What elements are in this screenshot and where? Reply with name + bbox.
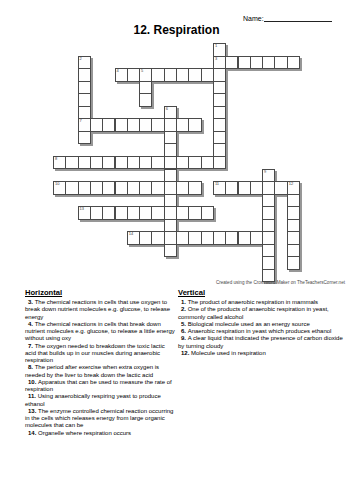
grid-cell[interactable] (213, 81, 226, 95)
grid-cell[interactable] (188, 181, 201, 195)
clue-item: 10. Apparatus that can be used to measur… (25, 379, 175, 394)
grid-cell[interactable] (225, 231, 238, 245)
grid-cell[interactable] (65, 181, 78, 195)
clue-item: 9. A clear liquid that indicated the pre… (178, 335, 346, 350)
grid-cell[interactable] (176, 118, 189, 132)
grid-cell[interactable] (90, 156, 103, 170)
grid-cell[interactable] (213, 106, 226, 120)
grid-cell[interactable] (250, 181, 263, 195)
grid-cell[interactable] (164, 244, 177, 258)
grid-cell[interactable] (151, 68, 164, 82)
grid-cell[interactable] (127, 68, 140, 82)
cell-number: 9 (264, 170, 266, 175)
grid-cell[interactable] (164, 143, 177, 157)
grid-cell[interactable] (127, 118, 140, 132)
grid-cell[interactable] (201, 68, 214, 82)
grid-cell[interactable] (164, 68, 177, 82)
grid-cell[interactable] (78, 181, 91, 195)
cell-number: 5 (141, 69, 143, 74)
grid-cell[interactable] (213, 156, 226, 170)
grid-cell[interactable] (287, 244, 300, 258)
grid-cell[interactable] (139, 118, 152, 132)
grid-cell[interactable] (78, 131, 91, 145)
grid-cell[interactable] (238, 56, 251, 70)
grid-cell[interactable] (213, 231, 226, 245)
clue-list-horizontal: 3. The chemical reactions in cells that … (25, 299, 175, 437)
grid-cell[interactable] (225, 181, 238, 195)
grid-cell[interactable] (151, 231, 164, 245)
grid-cell[interactable] (250, 56, 263, 70)
grid-cell[interactable] (139, 231, 152, 245)
grid-cell[interactable] (262, 219, 275, 233)
cell-number: 6 (166, 107, 168, 112)
clue-item: 6. Anaerobic respiration in yeast which … (178, 328, 346, 335)
grid-cell[interactable] (287, 56, 300, 70)
grid-cell[interactable] (102, 206, 115, 220)
grid-cell[interactable] (262, 231, 275, 245)
grid-cell[interactable] (262, 206, 275, 220)
grid-cell[interactable] (225, 56, 238, 70)
grid-cell[interactable]: 2 (78, 56, 91, 70)
grid-cell[interactable]: 11 (213, 181, 226, 195)
grid-cell[interactable]: 7 (78, 118, 91, 132)
grid-cell[interactable] (164, 181, 177, 195)
credit-line: Created using the Crossword Maker on The… (216, 280, 345, 285)
grid-cell[interactable] (127, 156, 140, 170)
name-blank-line[interactable] (264, 13, 332, 22)
grid-cell[interactable]: 8 (53, 156, 66, 170)
grid-cell[interactable] (238, 231, 251, 245)
grid-cell[interactable] (213, 143, 226, 157)
clue-item: 4. The chemical reactions in cells that … (25, 321, 175, 343)
grid-cell[interactable] (115, 181, 128, 195)
grid-cell[interactable] (151, 181, 164, 195)
grid-cell[interactable] (188, 118, 201, 132)
grid-cell[interactable] (188, 68, 201, 82)
grid-cell[interactable] (115, 206, 128, 220)
cell-number: 10 (55, 182, 59, 187)
cell-number: 2 (80, 57, 82, 62)
clue-item: 14. Organelle where respiration occurs (25, 430, 175, 437)
name-field: Name: (243, 13, 332, 22)
grid-cell[interactable] (164, 156, 177, 170)
cell-number: 13 (80, 207, 84, 212)
grid-cell[interactable] (188, 156, 201, 170)
grid-cell[interactable] (102, 118, 115, 132)
page-title: 12. Respiration (0, 23, 353, 37)
cell-number: 12 (289, 182, 293, 187)
clue-item: 13. The enzyme controlled chemical react… (25, 408, 175, 430)
grid-cell[interactable]: 14 (127, 231, 140, 245)
grid-cell[interactable]: 5 (139, 68, 152, 82)
clue-item: 8. The period after exercise when extra … (25, 364, 175, 379)
grid-cell[interactable] (176, 231, 189, 245)
grid-cell[interactable] (188, 231, 201, 245)
grid-cell[interactable] (90, 181, 103, 195)
grid-cell[interactable] (201, 156, 214, 170)
grid-cell[interactable] (287, 206, 300, 220)
horizontal-clues-header: Horizontal (25, 288, 175, 297)
grid-cell[interactable] (102, 181, 115, 195)
grid-cell[interactable] (201, 206, 214, 220)
grid-cell[interactable] (139, 181, 152, 195)
clue-item: 2. One of the products of anaerobic resp… (178, 306, 346, 321)
grid-cell[interactable] (213, 118, 226, 132)
vertical-clues-header: Vertical (178, 288, 346, 297)
grid-cell[interactable]: 10 (53, 181, 66, 195)
grid-cell[interactable] (151, 156, 164, 170)
grid-cell[interactable] (139, 93, 152, 107)
clue-item: 12. Molecule used in respiration (178, 350, 346, 357)
grid-cell[interactable] (65, 156, 78, 170)
grid-cell[interactable] (127, 181, 140, 195)
clue-item: 11. Using anaerobically respiring yeast … (25, 393, 175, 408)
crossword-grid[interactable]: 1234567891011121314 (53, 43, 301, 283)
grid-cell[interactable] (127, 206, 140, 220)
clue-item: 3. The chemical reactions in cells that … (25, 299, 175, 321)
grid-cell[interactable] (78, 68, 91, 82)
grid-cell[interactable] (213, 131, 226, 145)
vertical-clues-column: Vertical 1. The product of anaerobic res… (178, 288, 346, 437)
cell-number: 4 (117, 69, 119, 74)
grid-cell[interactable] (238, 181, 251, 195)
grid-cell[interactable]: 1 (213, 43, 226, 57)
grid-cell[interactable] (151, 206, 164, 220)
grid-cell[interactable] (287, 231, 300, 245)
cell-number: 8 (55, 157, 57, 162)
grid-cell[interactable]: 9 (262, 169, 275, 183)
grid-cell[interactable] (164, 118, 177, 132)
grid-cell[interactable] (262, 244, 275, 258)
cell-number: 1 (215, 44, 217, 49)
grid-cell[interactable]: 3 (213, 56, 226, 70)
cell-number: 7 (80, 119, 82, 124)
grid-cell[interactable] (115, 118, 128, 132)
grid-cell[interactable] (90, 118, 103, 132)
grid-cell[interactable] (262, 56, 275, 70)
grid-cell[interactable] (164, 169, 177, 183)
grid-cell[interactable] (164, 219, 177, 233)
clue-list-vertical: 1. The product of anaerobic respiration … (178, 299, 346, 357)
clue-item: 1. The product of anaerobic respiration … (178, 299, 346, 306)
grid-cell[interactable] (90, 206, 103, 220)
horizontal-clues-column: Horizontal 3. The chemical reactions in … (25, 288, 175, 437)
grid-cell[interactable] (164, 206, 177, 220)
clues-section: Horizontal 3. The chemical reactions in … (25, 288, 349, 437)
grid-cell[interactable] (102, 156, 115, 170)
grid-cell[interactable] (188, 206, 201, 220)
grid-cell[interactable] (213, 68, 226, 82)
grid-cell[interactable] (274, 181, 287, 195)
grid-cell[interactable] (78, 106, 91, 120)
grid-cell[interactable] (139, 156, 152, 170)
cell-number: 14 (129, 232, 133, 237)
grid-cell[interactable] (139, 81, 152, 95)
grid-cell[interactable] (139, 206, 152, 220)
grid-cell[interactable] (274, 56, 287, 70)
grid-cell[interactable]: 6 (164, 106, 177, 120)
grid-cell[interactable] (164, 194, 177, 208)
grid-cell[interactable] (262, 194, 275, 208)
grid-cell[interactable] (176, 181, 189, 195)
grid-cell[interactable] (176, 206, 189, 220)
grid-cell[interactable]: 13 (78, 206, 91, 220)
grid-cell[interactable] (201, 231, 214, 245)
grid-cell[interactable]: 4 (115, 68, 128, 82)
cell-number: 3 (215, 57, 217, 62)
grid-cell[interactable] (213, 93, 226, 107)
grid-cell[interactable] (287, 219, 300, 233)
grid-cell[interactable] (78, 81, 91, 95)
grid-cell[interactable] (287, 256, 300, 270)
grid-cell[interactable] (262, 256, 275, 270)
grid-cell[interactable] (176, 68, 189, 82)
page-root: { "header": { "name_label": "Name:", "ti… (0, 0, 353, 500)
grid-cell[interactable] (250, 231, 263, 245)
clue-item: 7. The oxygen needed to breakdown the to… (25, 343, 175, 365)
grid-cell[interactable] (78, 93, 91, 107)
clue-item: 5. Biological molecule used as an energy… (178, 321, 346, 328)
grid-cell[interactable] (164, 231, 177, 245)
grid-cell[interactable]: 12 (287, 181, 300, 195)
grid-cell[interactable] (78, 156, 91, 170)
grid-cell[interactable] (176, 156, 189, 170)
grid-cell[interactable] (287, 194, 300, 208)
grid-cell[interactable] (262, 181, 275, 195)
grid-cell[interactable] (151, 118, 164, 132)
grid-cell[interactable] (115, 156, 128, 170)
grid-cell[interactable] (164, 131, 177, 145)
name-label: Name: (243, 15, 264, 22)
cell-number: 11 (215, 182, 219, 187)
